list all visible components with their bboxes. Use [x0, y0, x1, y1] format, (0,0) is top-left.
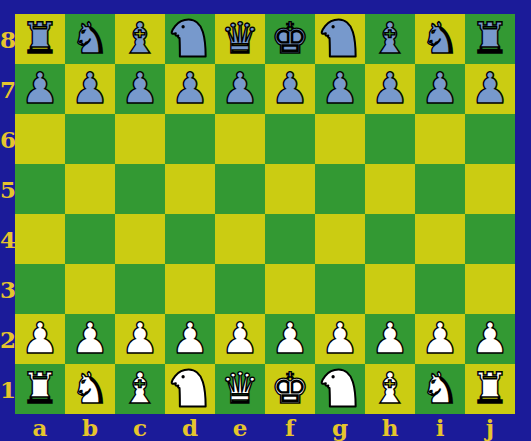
- square-a5[interactable]: [15, 164, 65, 214]
- square-j1[interactable]: ♜: [465, 364, 515, 414]
- square-g1[interactable]: [315, 364, 365, 414]
- rank-label-4: 4: [0, 214, 16, 264]
- square-f5[interactable]: [265, 164, 315, 214]
- square-b5[interactable]: [65, 164, 115, 214]
- piece-black-king[interactable]: ♚: [271, 17, 310, 60]
- piece-black-bishop[interactable]: ♝: [121, 17, 160, 60]
- square-e4[interactable]: [215, 214, 265, 264]
- piece-white-bishop[interactable]: ♝: [121, 367, 160, 410]
- square-e2[interactable]: ♟: [215, 314, 265, 364]
- square-a4[interactable]: [15, 214, 65, 264]
- rank-label-8: 8: [0, 14, 16, 64]
- piece-white-pawn[interactable]: ♟: [71, 317, 110, 360]
- piece-black-pawn[interactable]: ♟: [271, 67, 310, 110]
- rank-label-3: 3: [0, 264, 16, 314]
- square-f2[interactable]: ♟: [265, 314, 315, 364]
- square-h6[interactable]: [365, 114, 415, 164]
- square-a1[interactable]: ♜: [15, 364, 65, 414]
- square-b6[interactable]: [65, 114, 115, 164]
- square-e7[interactable]: ♟: [215, 64, 265, 114]
- piece-black-pawn[interactable]: ♟: [121, 67, 160, 110]
- piece-white-falcon[interactable]: [317, 365, 363, 411]
- piece-white-pawn[interactable]: ♟: [171, 317, 210, 360]
- piece-white-rook[interactable]: ♜: [471, 367, 510, 410]
- square-c3[interactable]: [115, 264, 165, 314]
- square-e1[interactable]: ♛: [215, 364, 265, 414]
- piece-black-knight[interactable]: ♞: [71, 17, 110, 60]
- piece-white-pawn[interactable]: ♟: [421, 317, 460, 360]
- square-h7[interactable]: ♟: [365, 64, 415, 114]
- piece-black-rook[interactable]: ♜: [21, 17, 60, 60]
- square-i4[interactable]: [415, 214, 465, 264]
- square-f7[interactable]: ♟: [265, 64, 315, 114]
- square-i3[interactable]: [415, 264, 465, 314]
- square-j3[interactable]: [465, 264, 515, 314]
- square-f4[interactable]: [265, 214, 315, 264]
- piece-black-pawn[interactable]: ♟: [21, 67, 60, 110]
- piece-white-pawn[interactable]: ♟: [21, 317, 60, 360]
- piece-black-pawn[interactable]: ♟: [71, 67, 110, 110]
- file-label-c: c: [115, 414, 165, 441]
- piece-black-pawn[interactable]: ♟: [221, 67, 260, 110]
- square-d8[interactable]: [165, 14, 215, 64]
- piece-white-king[interactable]: ♚: [271, 367, 310, 410]
- piece-black-falcon[interactable]: [167, 15, 213, 61]
- square-i8[interactable]: ♞: [415, 14, 465, 64]
- square-f1[interactable]: ♚: [265, 364, 315, 414]
- square-c2[interactable]: ♟: [115, 314, 165, 364]
- square-i1[interactable]: ♞: [415, 364, 465, 414]
- square-f8[interactable]: ♚: [265, 14, 315, 64]
- piece-white-falcon[interactable]: [167, 365, 213, 411]
- square-a3[interactable]: [15, 264, 65, 314]
- square-i5[interactable]: [415, 164, 465, 214]
- square-i2[interactable]: ♟: [415, 314, 465, 364]
- file-label-b: b: [65, 414, 115, 441]
- square-g3[interactable]: [315, 264, 365, 314]
- piece-white-bishop[interactable]: ♝: [371, 367, 410, 410]
- square-c6[interactable]: [115, 114, 165, 164]
- piece-black-pawn[interactable]: ♟: [471, 67, 510, 110]
- file-label-j: j: [465, 414, 515, 441]
- file-label-a: a: [15, 414, 65, 441]
- square-d6[interactable]: [165, 114, 215, 164]
- square-g7[interactable]: ♟: [315, 64, 365, 114]
- piece-black-knight[interactable]: ♞: [421, 17, 460, 60]
- square-d7[interactable]: ♟: [165, 64, 215, 114]
- piece-black-bishop[interactable]: ♝: [371, 17, 410, 60]
- square-b8[interactable]: ♞: [65, 14, 115, 64]
- square-g2[interactable]: ♟: [315, 314, 365, 364]
- piece-black-pawn[interactable]: ♟: [171, 67, 210, 110]
- square-b1[interactable]: ♞: [65, 364, 115, 414]
- square-j5[interactable]: [465, 164, 515, 214]
- square-h8[interactable]: ♝: [365, 14, 415, 64]
- piece-black-falcon[interactable]: [317, 15, 363, 61]
- square-f3[interactable]: [265, 264, 315, 314]
- rank-label-1: 1: [0, 364, 16, 414]
- square-b4[interactable]: [65, 214, 115, 264]
- piece-white-pawn[interactable]: ♟: [471, 317, 510, 360]
- square-e3[interactable]: [215, 264, 265, 314]
- piece-black-pawn[interactable]: ♟: [321, 67, 360, 110]
- file-label-e: e: [215, 414, 265, 441]
- square-a8[interactable]: ♜: [15, 14, 65, 64]
- rank-label-6: 6: [0, 114, 16, 164]
- square-h1[interactable]: ♝: [365, 364, 415, 414]
- square-h3[interactable]: [365, 264, 415, 314]
- square-h5[interactable]: [365, 164, 415, 214]
- piece-white-pawn[interactable]: ♟: [121, 317, 160, 360]
- square-i6[interactable]: [415, 114, 465, 164]
- square-d5[interactable]: [165, 164, 215, 214]
- piece-white-queen[interactable]: ♛: [221, 367, 260, 410]
- square-c1[interactable]: ♝: [115, 364, 165, 414]
- file-label-g: g: [315, 414, 365, 441]
- square-d2[interactable]: ♟: [165, 314, 215, 364]
- square-j2[interactable]: ♟: [465, 314, 515, 364]
- chess-board: ♜♞♝♛♚♝♞♜♟♟♟♟♟♟♟♟♟♟♟♟♟♟♟♟♟♟♟♟♜♞♝♛♚♝♞♜: [15, 14, 515, 414]
- square-i7[interactable]: ♟: [415, 64, 465, 114]
- square-c7[interactable]: ♟: [115, 64, 165, 114]
- piece-white-pawn[interactable]: ♟: [271, 317, 310, 360]
- piece-white-pawn[interactable]: ♟: [371, 317, 410, 360]
- square-a7[interactable]: ♟: [15, 64, 65, 114]
- piece-black-pawn[interactable]: ♟: [371, 67, 410, 110]
- file-label-h: h: [365, 414, 415, 441]
- square-g4[interactable]: [315, 214, 365, 264]
- square-b7[interactable]: ♟: [65, 64, 115, 114]
- rank-labels: 87654321: [0, 14, 15, 414]
- piece-white-pawn[interactable]: ♟: [221, 317, 260, 360]
- square-g8[interactable]: [315, 14, 365, 64]
- square-h4[interactable]: [365, 214, 415, 264]
- file-labels: abcdefghij: [15, 414, 515, 441]
- square-g5[interactable]: [315, 164, 365, 214]
- rank-label-7: 7: [0, 64, 16, 114]
- piece-black-pawn[interactable]: ♟: [421, 67, 460, 110]
- square-d3[interactable]: [165, 264, 215, 314]
- square-a2[interactable]: ♟: [15, 314, 65, 364]
- square-e5[interactable]: [215, 164, 265, 214]
- file-label-d: d: [165, 414, 215, 441]
- piece-white-knight[interactable]: ♞: [421, 367, 460, 410]
- rank-label-5: 5: [0, 164, 16, 214]
- square-b3[interactable]: [65, 264, 115, 314]
- piece-black-rook[interactable]: ♜: [471, 17, 510, 60]
- square-f6[interactable]: [265, 114, 315, 164]
- square-d1[interactable]: [165, 364, 215, 414]
- piece-white-knight[interactable]: ♞: [71, 367, 110, 410]
- square-j6[interactable]: [465, 114, 515, 164]
- falcon-chess-app: 87654321 ♜♞♝♛♚♝♞♜♟♟♟♟♟♟♟♟♟♟♟♟♟♟♟♟♟♟♟♟♜♞♝…: [0, 0, 531, 441]
- square-j7[interactable]: ♟: [465, 64, 515, 114]
- square-a6[interactable]: [15, 114, 65, 164]
- square-j8[interactable]: ♜: [465, 14, 515, 64]
- square-g6[interactable]: [315, 114, 365, 164]
- square-c5[interactable]: [115, 164, 165, 214]
- square-j4[interactable]: [465, 214, 515, 264]
- piece-white-rook[interactable]: ♜: [21, 367, 60, 410]
- square-b2[interactable]: ♟: [65, 314, 115, 364]
- square-h2[interactable]: ♟: [365, 314, 415, 364]
- square-d4[interactable]: [165, 214, 215, 264]
- square-c4[interactable]: [115, 214, 165, 264]
- file-label-i: i: [415, 414, 465, 441]
- rank-label-2: 2: [0, 314, 16, 364]
- square-e6[interactable]: [215, 114, 265, 164]
- piece-white-pawn[interactable]: ♟: [321, 317, 360, 360]
- square-e8[interactable]: ♛: [215, 14, 265, 64]
- file-label-f: f: [265, 414, 315, 441]
- piece-black-queen[interactable]: ♛: [221, 17, 260, 60]
- square-c8[interactable]: ♝: [115, 14, 165, 64]
